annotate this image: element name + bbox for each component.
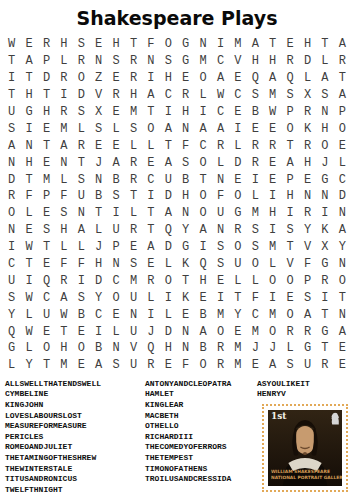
grid-cell[interactable]: L: [264, 256, 281, 273]
grid-cell[interactable]: L: [55, 239, 72, 256]
grid-cell[interactable]: R: [316, 272, 333, 289]
grid-cell[interactable]: S: [125, 256, 142, 273]
grid-cell[interactable]: H: [125, 87, 142, 104]
grid-cell[interactable]: T: [3, 53, 20, 70]
grid-cell[interactable]: L: [73, 239, 90, 256]
grid-cell[interactable]: S: [281, 357, 298, 374]
grid-cell[interactable]: E: [194, 289, 211, 306]
grid-cell[interactable]: L: [212, 154, 229, 171]
grid-cell[interactable]: S: [212, 239, 229, 256]
grid-cell[interactable]: B: [194, 340, 211, 357]
grid-cell[interactable]: G: [316, 256, 333, 273]
grid-cell[interactable]: A: [194, 222, 211, 239]
grid-cell[interactable]: D: [160, 323, 177, 340]
grid-cell[interactable]: T: [142, 104, 159, 121]
grid-cell[interactable]: L: [316, 53, 333, 70]
grid-cell[interactable]: S: [107, 188, 124, 205]
grid-cell[interactable]: E: [281, 36, 298, 53]
grid-cell[interactable]: O: [334, 272, 351, 289]
grid-cell[interactable]: T: [38, 357, 55, 374]
grid-cell[interactable]: C: [229, 87, 246, 104]
grid-cell[interactable]: T: [229, 289, 246, 306]
grid-cell[interactable]: A: [194, 323, 211, 340]
grid-cell[interactable]: D: [160, 188, 177, 205]
grid-cell[interactable]: P: [281, 171, 298, 188]
grid-cell[interactable]: K: [299, 120, 316, 137]
grid-cell[interactable]: O: [107, 289, 124, 306]
grid-cell[interactable]: E: [229, 171, 246, 188]
grid-cell[interactable]: H: [264, 205, 281, 222]
grid-cell[interactable]: X: [299, 87, 316, 104]
grid-cell[interactable]: T: [142, 205, 159, 222]
grid-cell[interactable]: P: [334, 104, 351, 121]
grid-cell[interactable]: I: [229, 120, 246, 137]
grid-cell[interactable]: W: [264, 104, 281, 121]
grid-cell[interactable]: G: [20, 104, 37, 121]
grid-cell[interactable]: T: [334, 70, 351, 87]
grid-cell[interactable]: E: [20, 36, 37, 53]
grid-cell[interactable]: I: [142, 70, 159, 87]
grid-cell[interactable]: H: [316, 120, 333, 137]
grid-cell[interactable]: I: [264, 289, 281, 306]
grid-cell[interactable]: L: [20, 306, 37, 323]
grid-cell[interactable]: K: [316, 222, 333, 239]
grid-cell[interactable]: M: [264, 306, 281, 323]
grid-cell[interactable]: E: [90, 36, 107, 53]
grid-cell[interactable]: G: [229, 205, 246, 222]
grid-cell[interactable]: T: [316, 340, 333, 357]
grid-cell[interactable]: F: [20, 188, 37, 205]
grid-cell[interactable]: L: [107, 323, 124, 340]
grid-cell[interactable]: S: [55, 205, 72, 222]
grid-cell[interactable]: T: [142, 222, 159, 239]
grid-cell[interactable]: D: [334, 188, 351, 205]
grid-cell[interactable]: W: [55, 306, 72, 323]
grid-cell[interactable]: L: [160, 256, 177, 273]
grid-cell[interactable]: O: [334, 120, 351, 137]
grid-cell[interactable]: R: [125, 154, 142, 171]
grid-cell[interactable]: B: [90, 340, 107, 357]
grid-cell[interactable]: I: [160, 289, 177, 306]
grid-cell[interactable]: I: [194, 104, 211, 121]
grid-cell[interactable]: H: [177, 104, 194, 121]
grid-cell[interactable]: H: [20, 87, 37, 104]
grid-cell[interactable]: R: [73, 53, 90, 70]
grid-cell[interactable]: N: [107, 340, 124, 357]
grid-cell[interactable]: E: [142, 256, 159, 273]
grid-cell[interactable]: L: [20, 205, 37, 222]
grid-cell[interactable]: L: [160, 306, 177, 323]
grid-cell[interactable]: J: [264, 340, 281, 357]
grid-cell[interactable]: O: [73, 340, 90, 357]
grid-cell[interactable]: O: [247, 256, 264, 273]
grid-cell[interactable]: E: [264, 171, 281, 188]
grid-cell[interactable]: E: [247, 120, 264, 137]
grid-cell[interactable]: P: [38, 188, 55, 205]
grid-cell[interactable]: S: [90, 120, 107, 137]
grid-cell[interactable]: N: [73, 205, 90, 222]
grid-cell[interactable]: H: [177, 188, 194, 205]
grid-cell[interactable]: R: [281, 53, 298, 70]
grid-cell[interactable]: R: [55, 70, 72, 87]
grid-cell[interactable]: L: [125, 205, 142, 222]
grid-cell[interactable]: E: [38, 205, 55, 222]
grid-cell[interactable]: R: [212, 137, 229, 154]
grid-cell[interactable]: S: [177, 154, 194, 171]
grid-cell[interactable]: A: [90, 357, 107, 374]
grid-cell[interactable]: M: [247, 205, 264, 222]
grid-cell[interactable]: P: [38, 53, 55, 70]
grid-cell[interactable]: M: [229, 357, 246, 374]
grid-cell[interactable]: R: [229, 222, 246, 239]
grid-cell[interactable]: K: [177, 289, 194, 306]
grid-cell[interactable]: U: [125, 289, 142, 306]
grid-cell[interactable]: C: [212, 53, 229, 70]
grid-cell[interactable]: M: [125, 272, 142, 289]
grid-cell[interactable]: T: [281, 137, 298, 154]
grid-cell[interactable]: O: [281, 120, 298, 137]
grid-cell[interactable]: P: [281, 104, 298, 121]
grid-cell[interactable]: A: [160, 154, 177, 171]
grid-cell[interactable]: B: [107, 171, 124, 188]
grid-cell[interactable]: R: [3, 188, 20, 205]
grid-cell[interactable]: U: [107, 222, 124, 239]
grid-cell[interactable]: S: [281, 222, 298, 239]
grid-cell[interactable]: T: [38, 87, 55, 104]
grid-cell[interactable]: F: [142, 36, 159, 53]
grid-cell[interactable]: L: [20, 340, 37, 357]
grid-cell[interactable]: S: [73, 36, 90, 53]
grid-cell[interactable]: S: [212, 256, 229, 273]
grid-cell[interactable]: L: [194, 87, 211, 104]
grid-cell[interactable]: G: [177, 53, 194, 70]
grid-cell[interactable]: D: [229, 154, 246, 171]
grid-cell[interactable]: I: [316, 289, 333, 306]
grid-cell[interactable]: W: [212, 87, 229, 104]
grid-cell[interactable]: I: [20, 272, 37, 289]
grid-cell[interactable]: E: [281, 289, 298, 306]
grid-cell[interactable]: E: [20, 222, 37, 239]
grid-cell[interactable]: H: [247, 53, 264, 70]
grid-cell[interactable]: N: [316, 188, 333, 205]
grid-cell[interactable]: E: [38, 256, 55, 273]
grid-cell[interactable]: V: [281, 256, 298, 273]
grid-cell[interactable]: N: [212, 222, 229, 239]
grid-cell[interactable]: L: [142, 289, 159, 306]
grid-cell[interactable]: I: [142, 306, 159, 323]
grid-cell[interactable]: J: [142, 323, 159, 340]
grid-cell[interactable]: D: [38, 70, 55, 87]
grid-cell[interactable]: N: [90, 171, 107, 188]
grid-cell[interactable]: A: [212, 120, 229, 137]
grid-cell[interactable]: R: [107, 87, 124, 104]
grid-cell[interactable]: R: [299, 137, 316, 154]
grid-cell[interactable]: I: [107, 205, 124, 222]
grid-cell[interactable]: C: [247, 306, 264, 323]
grid-cell[interactable]: O: [194, 188, 211, 205]
grid-cell[interactable]: H: [107, 36, 124, 53]
grid-cell[interactable]: M: [55, 120, 72, 137]
grid-cell[interactable]: E: [160, 357, 177, 374]
grid-cell[interactable]: R: [55, 272, 72, 289]
grid-cell[interactable]: R: [142, 272, 159, 289]
grid-cell[interactable]: C: [38, 289, 55, 306]
grid-cell[interactable]: C: [107, 272, 124, 289]
grid-cell[interactable]: H: [55, 222, 72, 239]
grid-cell[interactable]: Z: [90, 70, 107, 87]
grid-cell[interactable]: R: [247, 154, 264, 171]
grid-cell[interactable]: I: [142, 188, 159, 205]
grid-cell[interactable]: F: [73, 256, 90, 273]
grid-cell[interactable]: E: [107, 104, 124, 121]
grid-cell[interactable]: V: [125, 340, 142, 357]
grid-cell[interactable]: R: [299, 323, 316, 340]
grid-cell[interactable]: M: [247, 323, 264, 340]
grid-cell[interactable]: I: [247, 171, 264, 188]
grid-cell[interactable]: R: [125, 171, 142, 188]
grid-cell[interactable]: I: [212, 36, 229, 53]
grid-cell[interactable]: N: [107, 256, 124, 273]
grid-cell[interactable]: E: [38, 323, 55, 340]
grid-cell[interactable]: A: [194, 120, 211, 137]
grid-cell[interactable]: A: [142, 239, 159, 256]
grid-cell[interactable]: S: [125, 120, 142, 137]
grid-cell[interactable]: R: [299, 104, 316, 121]
grid-cell[interactable]: N: [316, 104, 333, 121]
grid-cell[interactable]: I: [90, 323, 107, 340]
grid-cell[interactable]: J: [90, 239, 107, 256]
grid-cell[interactable]: Y: [229, 306, 246, 323]
grid-cell[interactable]: O: [3, 205, 20, 222]
grid-cell[interactable]: E: [107, 137, 124, 154]
grid-cell[interactable]: U: [125, 357, 142, 374]
grid-cell[interactable]: H: [160, 340, 177, 357]
grid-cell[interactable]: T: [55, 323, 72, 340]
grid-cell[interactable]: E: [177, 70, 194, 87]
grid-cell[interactable]: E: [229, 70, 246, 87]
grid-cell[interactable]: Q: [281, 70, 298, 87]
grid-cell[interactable]: I: [73, 272, 90, 289]
grid-cell[interactable]: F: [299, 256, 316, 273]
grid-cell[interactable]: T: [90, 205, 107, 222]
grid-cell[interactable]: T: [194, 171, 211, 188]
grid-cell[interactable]: A: [247, 36, 264, 53]
grid-cell[interactable]: A: [264, 70, 281, 87]
grid-cell[interactable]: L: [55, 53, 72, 70]
grid-cell[interactable]: N: [334, 306, 351, 323]
grid-cell[interactable]: A: [212, 70, 229, 87]
grid-cell[interactable]: R: [38, 36, 55, 53]
grid-cell[interactable]: M: [264, 239, 281, 256]
grid-cell[interactable]: U: [73, 188, 90, 205]
grid-cell[interactable]: E: [73, 357, 90, 374]
grid-cell[interactable]: M: [125, 104, 142, 121]
grid-cell[interactable]: T: [316, 36, 333, 53]
grid-cell[interactable]: N: [55, 154, 72, 171]
grid-cell[interactable]: C: [212, 104, 229, 121]
grid-cell[interactable]: C: [90, 306, 107, 323]
grid-cell[interactable]: L: [3, 357, 20, 374]
grid-cell[interactable]: K: [177, 256, 194, 273]
grid-cell[interactable]: N: [212, 171, 229, 188]
grid-cell[interactable]: C: [334, 171, 351, 188]
grid-cell[interactable]: L: [90, 222, 107, 239]
grid-cell[interactable]: A: [20, 53, 37, 70]
grid-cell[interactable]: N: [177, 205, 194, 222]
grid-cell[interactable]: N: [3, 222, 20, 239]
grid-cell[interactable]: A: [3, 137, 20, 154]
grid-cell[interactable]: N: [125, 306, 142, 323]
grid-cell[interactable]: S: [247, 87, 264, 104]
grid-cell[interactable]: J: [316, 154, 333, 171]
grid-cell[interactable]: E: [38, 120, 55, 137]
grid-cell[interactable]: G: [316, 171, 333, 188]
grid-cell[interactable]: L: [334, 154, 351, 171]
grid-cell[interactable]: O: [229, 239, 246, 256]
grid-cell[interactable]: S: [3, 120, 20, 137]
grid-cell[interactable]: A: [55, 289, 72, 306]
grid-cell[interactable]: E: [229, 323, 246, 340]
grid-cell[interactable]: S: [3, 289, 20, 306]
grid-cell[interactable]: E: [73, 323, 90, 340]
grid-cell[interactable]: N: [177, 120, 194, 137]
grid-cell[interactable]: T: [38, 137, 55, 154]
grid-cell[interactable]: E: [142, 154, 159, 171]
grid-cell[interactable]: A: [281, 154, 298, 171]
grid-cell[interactable]: O: [38, 340, 55, 357]
grid-cell[interactable]: A: [334, 87, 351, 104]
grid-cell[interactable]: G: [177, 36, 194, 53]
grid-cell[interactable]: R: [247, 137, 264, 154]
grid-cell[interactable]: O: [160, 36, 177, 53]
grid-cell[interactable]: F: [55, 256, 72, 273]
grid-cell[interactable]: O: [142, 120, 159, 137]
grid-cell[interactable]: N: [142, 53, 159, 70]
grid-cell[interactable]: G: [3, 340, 20, 357]
grid-cell[interactable]: F: [247, 289, 264, 306]
grid-cell[interactable]: H: [264, 53, 281, 70]
grid-cell[interactable]: W: [20, 323, 37, 340]
grid-cell[interactable]: U: [160, 171, 177, 188]
grid-cell[interactable]: D: [299, 53, 316, 70]
grid-cell[interactable]: J: [247, 340, 264, 357]
grid-cell[interactable]: T: [20, 70, 37, 87]
grid-cell[interactable]: M: [38, 171, 55, 188]
grid-cell[interactable]: N: [194, 36, 211, 53]
grid-cell[interactable]: I: [212, 289, 229, 306]
grid-cell[interactable]: O: [160, 272, 177, 289]
grid-cell[interactable]: B: [90, 188, 107, 205]
grid-cell[interactable]: H: [55, 36, 72, 53]
grid-cell[interactable]: X: [316, 239, 333, 256]
grid-cell[interactable]: V: [299, 239, 316, 256]
grid-cell[interactable]: C: [3, 256, 20, 273]
grid-cell[interactable]: S: [73, 171, 90, 188]
grid-cell[interactable]: G: [177, 239, 194, 256]
grid-cell[interactable]: V: [229, 53, 246, 70]
grid-cell[interactable]: N: [334, 205, 351, 222]
grid-cell[interactable]: H: [160, 70, 177, 87]
grid-cell[interactable]: I: [281, 205, 298, 222]
grid-cell[interactable]: E: [90, 137, 107, 154]
grid-cell[interactable]: A: [316, 70, 333, 87]
grid-cell[interactable]: J: [90, 154, 107, 171]
grid-cell[interactable]: O: [264, 323, 281, 340]
grid-cell[interactable]: U: [3, 272, 20, 289]
grid-cell[interactable]: T: [73, 154, 90, 171]
grid-cell[interactable]: E: [299, 171, 316, 188]
grid-cell[interactable]: S: [160, 53, 177, 70]
grid-cell[interactable]: N: [177, 340, 194, 357]
grid-cell[interactable]: I: [55, 87, 72, 104]
grid-cell[interactable]: T: [334, 289, 351, 306]
grid-cell[interactable]: Q: [247, 70, 264, 87]
grid-cell[interactable]: A: [334, 36, 351, 53]
grid-cell[interactable]: R: [73, 137, 90, 154]
grid-cell[interactable]: A: [55, 137, 72, 154]
grid-cell[interactable]: S: [107, 357, 124, 374]
grid-cell[interactable]: B: [177, 171, 194, 188]
grid-cell[interactable]: P: [107, 239, 124, 256]
grid-cell[interactable]: T: [281, 239, 298, 256]
grid-cell[interactable]: W: [3, 36, 20, 53]
grid-cell[interactable]: L: [229, 272, 246, 289]
grid-cell[interactable]: U: [3, 104, 20, 121]
grid-cell[interactable]: S: [107, 53, 124, 70]
grid-cell[interactable]: A: [160, 205, 177, 222]
grid-cell[interactable]: U: [212, 205, 229, 222]
grid-cell[interactable]: L: [247, 188, 264, 205]
grid-cell[interactable]: G: [299, 340, 316, 357]
grid-cell[interactable]: N: [3, 154, 20, 171]
grid-cell[interactable]: T: [160, 137, 177, 154]
grid-cell[interactable]: N: [299, 188, 316, 205]
grid-cell[interactable]: U: [299, 357, 316, 374]
grid-cell[interactable]: O: [194, 154, 211, 171]
grid-cell[interactable]: I: [160, 104, 177, 121]
grid-cell[interactable]: H: [299, 36, 316, 53]
grid-cell[interactable]: B: [73, 306, 90, 323]
grid-cell[interactable]: L: [247, 272, 264, 289]
grid-cell[interactable]: R: [177, 87, 194, 104]
grid-cell[interactable]: A: [334, 222, 351, 239]
grid-cell[interactable]: S: [281, 87, 298, 104]
grid-cell[interactable]: E: [107, 70, 124, 87]
grid-cell[interactable]: I: [264, 222, 281, 239]
grid-cell[interactable]: R: [125, 70, 142, 87]
grid-cell[interactable]: E: [212, 272, 229, 289]
grid-cell[interactable]: F: [177, 357, 194, 374]
grid-cell[interactable]: E: [125, 239, 142, 256]
grid-cell[interactable]: I: [3, 70, 20, 87]
grid-cell[interactable]: O: [212, 323, 229, 340]
grid-cell[interactable]: R: [212, 357, 229, 374]
grid-cell[interactable]: Y: [177, 222, 194, 239]
grid-cell[interactable]: M: [264, 87, 281, 104]
grid-cell[interactable]: U: [125, 323, 142, 340]
grid-cell[interactable]: D: [3, 171, 20, 188]
grid-cell[interactable]: Q: [194, 256, 211, 273]
grid-cell[interactable]: U: [229, 256, 246, 273]
grid-cell[interactable]: M: [229, 340, 246, 357]
grid-cell[interactable]: O: [194, 357, 211, 374]
grid-cell[interactable]: O: [73, 70, 90, 87]
grid-cell[interactable]: O: [281, 306, 298, 323]
grid-cell[interactable]: A: [334, 323, 351, 340]
grid-cell[interactable]: T: [3, 87, 20, 104]
grid-cell[interactable]: S: [73, 289, 90, 306]
grid-cell[interactable]: A: [264, 357, 281, 374]
